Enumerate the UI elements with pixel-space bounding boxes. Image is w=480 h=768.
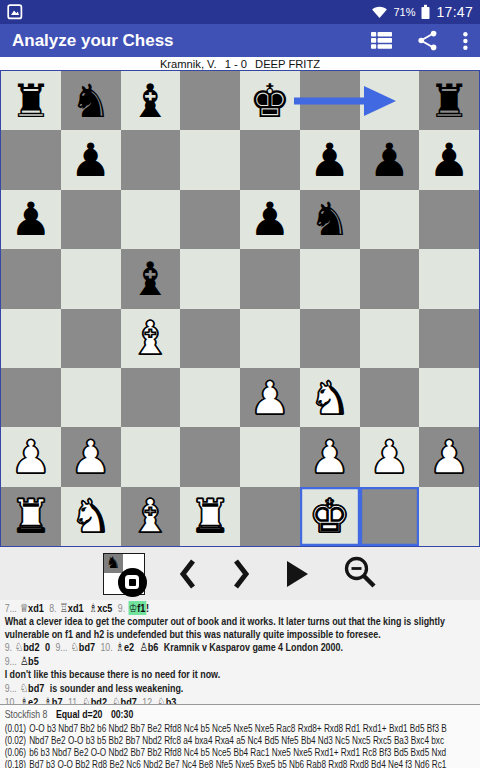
engine-variation[interactable]: (0.01)O-O b3 Nbd7 Bb2 b6 Nbd2 Bb7 Be2 Rf… bbox=[5, 722, 480, 734]
position-board-icon: ♞ bbox=[103, 553, 145, 595]
square-e3[interactable]: ♟ bbox=[240, 368, 300, 427]
square-b6[interactable] bbox=[61, 190, 121, 249]
engine-score: (0.18) bbox=[5, 758, 26, 768]
square-g5[interactable] bbox=[360, 249, 420, 308]
previous-move-icon bbox=[178, 558, 198, 590]
move-line: 7...♕xd18.♖xd1♗xc59.♔f1! bbox=[5, 601, 480, 615]
square-f2[interactable]: ♟ bbox=[300, 427, 360, 486]
black-bishop: ♝ bbox=[130, 78, 171, 124]
list-icon bbox=[371, 32, 392, 49]
square-f4[interactable] bbox=[300, 309, 360, 368]
move-line: 10.♗e2♗b711.♘bd2♘bd712.♘b3 bbox=[5, 695, 480, 704]
square-h6[interactable] bbox=[419, 190, 479, 249]
square-d5[interactable] bbox=[180, 249, 240, 308]
black-pawn: ♟ bbox=[369, 137, 410, 183]
engine-variation[interactable]: (0.18)Bd7 b3 O-O Bb2 Rd8 Be2 Nc6 Nbd2 Be… bbox=[5, 758, 480, 768]
game-list-button[interactable] bbox=[371, 32, 392, 49]
status-time: 17:47 bbox=[436, 4, 473, 20]
square-b8[interactable]: ♞ bbox=[61, 71, 121, 130]
engine-eval: Equal d=20 bbox=[56, 708, 102, 720]
square-c8[interactable]: ♝ bbox=[121, 71, 181, 130]
move[interactable]: ♘bd2 bbox=[83, 695, 107, 704]
move[interactable]: ♘b3 bbox=[158, 695, 177, 704]
move[interactable]: 0 bbox=[45, 640, 50, 654]
zoom-out-icon bbox=[343, 556, 378, 591]
overflow-menu-button[interactable] bbox=[463, 32, 468, 50]
white-pawn: ♟ bbox=[429, 434, 470, 480]
engine-score: (0.02) bbox=[5, 734, 26, 746]
square-c7[interactable] bbox=[121, 130, 181, 189]
square-d3[interactable] bbox=[180, 368, 240, 427]
board-wrap: ♜♞♝♚♜♟♟♟♟♟♟♞♝♝♟♞♟♟♟♟♟♜♞♝♜♚ bbox=[0, 70, 480, 547]
white-rook: ♜ bbox=[190, 493, 231, 539]
play-button[interactable] bbox=[284, 559, 310, 589]
engine-pv: Bd7 b3 O-O Bb2 Rd8 Be2 Nc6 Nbd2 Be7 Nc4 … bbox=[29, 758, 446, 768]
next-move-icon bbox=[231, 558, 251, 590]
position-setup-button[interactable]: ♞ bbox=[103, 553, 145, 595]
black-knight: ♞ bbox=[309, 196, 350, 242]
black-player: DEEP FRITZ bbox=[255, 58, 320, 70]
square-h5[interactable] bbox=[419, 249, 479, 308]
game-result: 1 - 0 bbox=[225, 58, 247, 70]
square-h8[interactable]: ♜ bbox=[419, 71, 479, 130]
move-number: 9... bbox=[5, 655, 17, 667]
square-d6[interactable] bbox=[180, 190, 240, 249]
square-b5[interactable] bbox=[61, 249, 121, 308]
engine-score: (0.01) bbox=[5, 722, 26, 734]
move-number: 11. bbox=[68, 696, 80, 704]
move-number: 10. bbox=[101, 641, 113, 653]
move-number: 12. bbox=[142, 696, 154, 704]
square-a8[interactable]: ♜ bbox=[1, 71, 61, 130]
annotation-paragraph: I don't like this because there is no ne… bbox=[5, 668, 480, 681]
share-button[interactable] bbox=[417, 30, 438, 51]
square-c5[interactable]: ♝ bbox=[121, 249, 181, 308]
move-number: 9. bbox=[118, 602, 125, 614]
white-knight: ♞ bbox=[70, 493, 111, 539]
move-number: 9... bbox=[5, 682, 17, 694]
move[interactable]: ♘bd7 bbox=[20, 681, 44, 695]
square-c4[interactable]: ♝ bbox=[121, 309, 181, 368]
black-pawn: ♟ bbox=[249, 196, 290, 242]
move[interactable]: ♗e2 bbox=[116, 640, 134, 654]
highlighted-move[interactable]: ♔f1 bbox=[128, 601, 146, 615]
engine-time: 00:30 bbox=[111, 708, 133, 720]
black-pawn: ♟ bbox=[429, 137, 470, 183]
play-icon bbox=[284, 559, 310, 589]
screen: 71% 17:47 Analyze your Chess bbox=[0, 0, 480, 768]
square-b2[interactable]: ♟ bbox=[61, 427, 121, 486]
game-header: Kramnik, V. 1 - 0 DEEP FRITZ bbox=[0, 57, 480, 70]
black-pawn: ♟ bbox=[309, 137, 350, 183]
move-number: 10. bbox=[5, 696, 17, 704]
screenshot-icon bbox=[7, 4, 23, 20]
square-a1[interactable]: ♜ bbox=[1, 487, 61, 546]
move-number: 9. bbox=[5, 641, 12, 653]
engine-name: Stockfish 8 bbox=[5, 708, 48, 720]
square-f5[interactable] bbox=[300, 249, 360, 308]
move[interactable]: ♖xd1 bbox=[60, 601, 84, 615]
square-b3[interactable] bbox=[61, 368, 121, 427]
square-h1[interactable] bbox=[419, 487, 479, 546]
black-pawn: ♟ bbox=[70, 137, 111, 183]
square-g4[interactable] bbox=[360, 309, 420, 368]
engine-variation[interactable]: (0.06)b6 b3 Nbd7 Be2 O-O Nbd2 Bb7 Bb2 Rf… bbox=[5, 746, 480, 758]
move-line: 9...♘bd7is sounder and less weakening. bbox=[5, 681, 480, 695]
move-number: 9... bbox=[55, 641, 67, 653]
white-pawn: ♟ bbox=[10, 434, 51, 480]
white-bishop: ♝ bbox=[130, 315, 171, 361]
battery-icon bbox=[420, 4, 431, 20]
square-e8[interactable]: ♚ bbox=[240, 71, 300, 130]
annotation-paragraph: What a clever idea to get the computer o… bbox=[5, 615, 480, 641]
next-move-button[interactable] bbox=[231, 558, 251, 590]
white-pawn: ♟ bbox=[70, 434, 111, 480]
black-rook: ♜ bbox=[429, 78, 470, 124]
square-a5[interactable] bbox=[1, 249, 61, 308]
square-e6[interactable]: ♟ bbox=[240, 190, 300, 249]
controls-bar: ♞ bbox=[0, 547, 480, 600]
move[interactable]: ♘bd7 bbox=[71, 640, 95, 654]
white-king: ♚ bbox=[309, 493, 350, 539]
comment-text: is sounder and less weakening. bbox=[50, 682, 184, 694]
square-h4[interactable] bbox=[419, 309, 479, 368]
square-a7[interactable] bbox=[1, 130, 61, 189]
square-c1[interactable]: ♝ bbox=[121, 487, 181, 546]
white-bishop: ♝ bbox=[130, 493, 171, 539]
black-king: ♚ bbox=[249, 78, 290, 124]
square-f6[interactable]: ♞ bbox=[300, 190, 360, 249]
square-c3[interactable] bbox=[121, 368, 181, 427]
chess-board: ♜♞♝♚♜♟♟♟♟♟♟♞♝♝♟♞♟♟♟♟♟♜♞♝♜♚ bbox=[0, 70, 480, 547]
white-pawn: ♟ bbox=[249, 375, 290, 421]
white-pawn: ♟ bbox=[309, 434, 350, 480]
square-b7[interactable]: ♟ bbox=[61, 130, 121, 189]
square-e1[interactable] bbox=[240, 487, 300, 546]
square-a2[interactable]: ♟ bbox=[1, 427, 61, 486]
move[interactable]: ♗xc5 bbox=[89, 601, 112, 615]
status-bar: 71% 17:47 bbox=[0, 0, 480, 24]
square-h3[interactable] bbox=[419, 368, 479, 427]
move[interactable]: ♗e2 bbox=[20, 695, 38, 704]
square-h2[interactable]: ♟ bbox=[419, 427, 479, 486]
square-d8[interactable] bbox=[180, 71, 240, 130]
engine-variation[interactable]: (0.02)Nbd7 Be2 O-O b3 b5 Bb2 Bb7 Nbd2 Rf… bbox=[5, 734, 480, 746]
square-d1[interactable]: ♜ bbox=[180, 487, 240, 546]
previous-move-button[interactable] bbox=[178, 558, 198, 590]
move[interactable]: ♕xd1 bbox=[20, 601, 44, 615]
square-g7[interactable]: ♟ bbox=[360, 130, 420, 189]
move-line: 9.♘bd209...♘bd710.♗e2♙b6Kramnik v Kaspar… bbox=[5, 640, 480, 654]
engine-header: Stockfish 8Equal d=2000:30 bbox=[5, 705, 480, 722]
white-rook: ♜ bbox=[10, 493, 51, 539]
square-b4[interactable] bbox=[61, 309, 121, 368]
move-line: 9...♙b5 bbox=[5, 654, 480, 668]
square-a4[interactable] bbox=[1, 309, 61, 368]
square-f8[interactable] bbox=[300, 71, 360, 130]
square-a6[interactable]: ♟ bbox=[1, 190, 61, 249]
annotation-panel: 7...♕xd18.♖xd1♗xc59.♔f1!What a clever id… bbox=[0, 600, 480, 704]
move[interactable]: ♙b5 bbox=[20, 654, 39, 668]
wifi-icon bbox=[371, 5, 388, 19]
share-icon bbox=[417, 30, 438, 51]
engine-panel: Stockfish 8Equal d=2000:30 (0.01)O-O b3 … bbox=[0, 704, 480, 768]
square-e2[interactable] bbox=[240, 427, 300, 486]
square-g2[interactable]: ♟ bbox=[360, 427, 420, 486]
square-d4[interactable] bbox=[180, 309, 240, 368]
move[interactable]: ! bbox=[146, 601, 149, 615]
move[interactable]: ♘bd2 bbox=[15, 640, 39, 654]
square-e4[interactable] bbox=[240, 309, 300, 368]
black-bishop: ♝ bbox=[130, 256, 171, 302]
square-g8[interactable] bbox=[360, 71, 420, 130]
square-f7[interactable]: ♟ bbox=[300, 130, 360, 189]
square-a3[interactable] bbox=[1, 368, 61, 427]
square-e5[interactable] bbox=[240, 249, 300, 308]
move[interactable]: ♗b7 bbox=[44, 695, 63, 704]
square-e7[interactable] bbox=[240, 130, 300, 189]
square-f3[interactable]: ♞ bbox=[300, 368, 360, 427]
white-knight: ♞ bbox=[309, 375, 350, 421]
app-bar: Analyze your Chess bbox=[0, 24, 480, 57]
move-number: 8. bbox=[49, 602, 56, 614]
engine-pv: O-O b3 Nbd7 Bb2 b6 Nbd2 Bb7 Be2 Rfd8 Nc4… bbox=[29, 722, 447, 734]
square-c6[interactable] bbox=[121, 190, 181, 249]
engine-pv: b6 b3 Nbd7 Be2 O-O Nbd2 Bb7 Bb2 Rfd8 Nc4… bbox=[29, 746, 446, 758]
square-f1[interactable]: ♚ bbox=[300, 487, 360, 546]
white-player: Kramnik, V. bbox=[160, 58, 217, 70]
app-title: Analyze your Chess bbox=[12, 31, 371, 51]
move-number: 7... bbox=[5, 602, 17, 614]
battery-percent: 71% bbox=[393, 6, 415, 18]
square-h7[interactable]: ♟ bbox=[419, 130, 479, 189]
move[interactable]: ♙b6 bbox=[140, 640, 159, 654]
square-b1[interactable]: ♞ bbox=[61, 487, 121, 546]
move[interactable]: ♘bd7 bbox=[112, 695, 136, 704]
square-d7[interactable] bbox=[180, 130, 240, 189]
black-rook: ♜ bbox=[10, 78, 51, 124]
square-c2[interactable] bbox=[121, 427, 181, 486]
square-g3[interactable] bbox=[360, 368, 420, 427]
engine-score: (0.06) bbox=[5, 746, 26, 758]
black-knight: ♞ bbox=[70, 78, 111, 124]
square-d2[interactable] bbox=[180, 427, 240, 486]
zoom-out-button[interactable] bbox=[343, 556, 378, 591]
overflow-icon bbox=[463, 32, 468, 50]
white-pawn: ♟ bbox=[369, 434, 410, 480]
black-pawn: ♟ bbox=[10, 196, 51, 242]
square-g6[interactable] bbox=[360, 190, 420, 249]
comment-text: Kramnik v Kasparov game 4 London 2000. bbox=[164, 641, 343, 653]
engine-pv: Nbd7 Be2 O-O b3 b5 Bb2 Bb7 Nbd2 Rfc8 a4 … bbox=[29, 734, 444, 746]
square-g1[interactable] bbox=[360, 487, 420, 546]
